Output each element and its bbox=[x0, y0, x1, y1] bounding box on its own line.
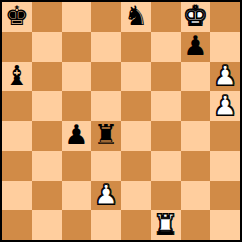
square-f3[interactable] bbox=[151, 151, 181, 181]
square-b6[interactable] bbox=[32, 62, 62, 92]
chess-board: ♚♞♚♟♝♟♟♟♜♟♜ bbox=[0, 0, 242, 242]
square-h3[interactable] bbox=[210, 151, 240, 181]
square-d1[interactable] bbox=[91, 210, 121, 240]
square-g2[interactable] bbox=[181, 181, 211, 211]
piece-black-king: ♚ bbox=[5, 2, 29, 29]
square-h5[interactable]: ♟ bbox=[210, 91, 240, 121]
square-f5[interactable] bbox=[151, 91, 181, 121]
square-c4[interactable]: ♟ bbox=[62, 121, 92, 151]
square-c2[interactable] bbox=[62, 181, 92, 211]
piece-black-rook: ♜ bbox=[94, 121, 118, 148]
square-e3[interactable] bbox=[121, 151, 151, 181]
square-a3[interactable] bbox=[2, 151, 32, 181]
square-f1[interactable]: ♜ bbox=[151, 210, 181, 240]
square-a1[interactable] bbox=[2, 210, 32, 240]
square-b1[interactable] bbox=[32, 210, 62, 240]
square-b7[interactable] bbox=[32, 32, 62, 62]
piece-black-pawn: ♟ bbox=[183, 32, 207, 59]
square-d3[interactable] bbox=[91, 151, 121, 181]
square-g8[interactable]: ♚ bbox=[181, 2, 211, 32]
square-e7[interactable] bbox=[121, 32, 151, 62]
square-e2[interactable] bbox=[121, 181, 151, 211]
square-h6[interactable]: ♟ bbox=[210, 62, 240, 92]
square-a2[interactable] bbox=[2, 181, 32, 211]
square-a8[interactable]: ♚ bbox=[2, 2, 32, 32]
square-b8[interactable] bbox=[32, 2, 62, 32]
square-g5[interactable] bbox=[181, 91, 211, 121]
square-g1[interactable] bbox=[181, 210, 211, 240]
square-f6[interactable] bbox=[151, 62, 181, 92]
square-h8[interactable] bbox=[210, 2, 240, 32]
piece-black-pawn: ♟ bbox=[64, 121, 88, 148]
square-g3[interactable] bbox=[181, 151, 211, 181]
square-d8[interactable] bbox=[91, 2, 121, 32]
square-b4[interactable] bbox=[32, 121, 62, 151]
square-f4[interactable] bbox=[151, 121, 181, 151]
piece-white-pawn: ♟ bbox=[213, 92, 237, 119]
square-f7[interactable] bbox=[151, 32, 181, 62]
square-b2[interactable] bbox=[32, 181, 62, 211]
square-e1[interactable] bbox=[121, 210, 151, 240]
square-f2[interactable] bbox=[151, 181, 181, 211]
square-b3[interactable] bbox=[32, 151, 62, 181]
piece-white-king: ♚ bbox=[183, 2, 207, 29]
piece-white-rook: ♜ bbox=[154, 211, 178, 238]
square-h4[interactable] bbox=[210, 121, 240, 151]
square-f8[interactable] bbox=[151, 2, 181, 32]
square-d7[interactable] bbox=[91, 32, 121, 62]
square-e6[interactable] bbox=[121, 62, 151, 92]
square-e4[interactable] bbox=[121, 121, 151, 151]
square-d6[interactable] bbox=[91, 62, 121, 92]
square-c7[interactable] bbox=[62, 32, 92, 62]
square-h7[interactable] bbox=[210, 32, 240, 62]
square-d2[interactable]: ♟ bbox=[91, 181, 121, 211]
square-a5[interactable] bbox=[2, 91, 32, 121]
square-c5[interactable] bbox=[62, 91, 92, 121]
square-a4[interactable] bbox=[2, 121, 32, 151]
square-d5[interactable] bbox=[91, 91, 121, 121]
square-g6[interactable] bbox=[181, 62, 211, 92]
square-e5[interactable] bbox=[121, 91, 151, 121]
piece-black-bishop: ♝ bbox=[5, 62, 29, 89]
square-c8[interactable] bbox=[62, 2, 92, 32]
square-a7[interactable] bbox=[2, 32, 32, 62]
square-c6[interactable] bbox=[62, 62, 92, 92]
square-g7[interactable]: ♟ bbox=[181, 32, 211, 62]
square-b5[interactable] bbox=[32, 91, 62, 121]
piece-black-knight: ♞ bbox=[124, 2, 148, 29]
piece-white-pawn: ♟ bbox=[213, 62, 237, 89]
square-a6[interactable]: ♝ bbox=[2, 62, 32, 92]
square-c1[interactable] bbox=[62, 210, 92, 240]
square-g4[interactable] bbox=[181, 121, 211, 151]
square-d4[interactable]: ♜ bbox=[91, 121, 121, 151]
square-e8[interactable]: ♞ bbox=[121, 2, 151, 32]
square-h2[interactable] bbox=[210, 181, 240, 211]
square-h1[interactable] bbox=[210, 210, 240, 240]
square-c3[interactable] bbox=[62, 151, 92, 181]
piece-white-pawn: ♟ bbox=[94, 181, 118, 208]
